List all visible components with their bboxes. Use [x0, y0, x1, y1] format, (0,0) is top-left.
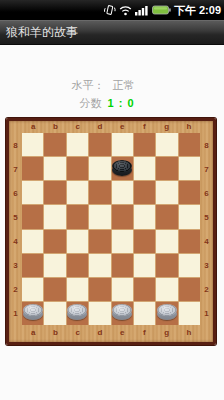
square-h6[interactable]: [179, 181, 200, 204]
square-g2[interactable]: [156, 278, 177, 301]
square-d3[interactable]: [89, 254, 110, 277]
coord-label: e: [111, 121, 133, 133]
piece-top: [112, 160, 132, 172]
square-a7[interactable]: [22, 157, 43, 180]
coord-label: 4: [9, 229, 22, 253]
square-c2[interactable]: [67, 278, 88, 301]
square-c4[interactable]: [67, 230, 88, 253]
score-value: 1 : 0: [107, 97, 134, 109]
coord-label: 5: [9, 205, 22, 229]
square-c5[interactable]: [67, 205, 88, 228]
level-label: 水平：: [72, 79, 105, 91]
square-d5[interactable]: [89, 205, 110, 228]
square-c7[interactable]: [67, 157, 88, 180]
square-h3[interactable]: [179, 254, 200, 277]
square-a2[interactable]: [22, 278, 43, 301]
square-g3[interactable]: [156, 254, 177, 277]
coord-label: h: [178, 121, 200, 133]
status-bar: 下午 2:09: [0, 0, 224, 20]
square-f6[interactable]: [134, 181, 155, 204]
white-sheep-piece-g1[interactable]: [157, 304, 177, 320]
coord-label: h: [178, 325, 200, 342]
square-g8[interactable]: [156, 133, 177, 156]
square-f3[interactable]: [134, 254, 155, 277]
coord-label: d: [89, 325, 111, 342]
rank-labels-right: 87654321: [200, 133, 213, 325]
square-e3[interactable]: [112, 254, 133, 277]
coord-label: 4: [200, 229, 213, 253]
square-g6[interactable]: [156, 181, 177, 204]
square-f2[interactable]: [134, 278, 155, 301]
square-h7[interactable]: [179, 157, 200, 180]
square-f8[interactable]: [134, 133, 155, 156]
square-g4[interactable]: [156, 230, 177, 253]
coord-label: 2: [200, 277, 213, 301]
black-wolf-piece-e7[interactable]: [112, 160, 132, 176]
game-board: abcdefgh abcdefgh 87654321 87654321: [6, 118, 216, 345]
square-b7[interactable]: [44, 157, 65, 180]
square-a5[interactable]: [22, 205, 43, 228]
square-a8[interactable]: [22, 133, 43, 156]
level-value: 正常: [113, 79, 135, 91]
square-h1[interactable]: [179, 302, 200, 325]
square-g7[interactable]: [156, 157, 177, 180]
level-line: 水平：正常: [0, 78, 224, 93]
coord-label: 7: [9, 157, 22, 181]
coord-label: a: [22, 121, 44, 133]
rank-labels-left: 87654321: [9, 133, 22, 325]
square-b5[interactable]: [44, 205, 65, 228]
coord-label: c: [67, 325, 89, 342]
square-e5[interactable]: [112, 205, 133, 228]
square-a6[interactable]: [22, 181, 43, 204]
coord-label: c: [67, 121, 89, 133]
square-c8[interactable]: [67, 133, 88, 156]
square-e6[interactable]: [112, 181, 133, 204]
square-d8[interactable]: [89, 133, 110, 156]
title-bar: 狼和羊的故事: [0, 20, 224, 45]
coord-label: 1: [9, 301, 22, 325]
square-f7[interactable]: [134, 157, 155, 180]
coord-label: 2: [9, 277, 22, 301]
square-b2[interactable]: [44, 278, 65, 301]
file-labels-bottom: abcdefgh: [22, 325, 200, 342]
square-b1[interactable]: [44, 302, 65, 325]
vibrate-icon: [103, 4, 116, 16]
square-d4[interactable]: [89, 230, 110, 253]
coord-label: b: [44, 121, 66, 133]
square-a4[interactable]: [22, 230, 43, 253]
square-c6[interactable]: [67, 181, 88, 204]
square-d6[interactable]: [89, 181, 110, 204]
battery-icon: [152, 5, 171, 15]
square-f4[interactable]: [134, 230, 155, 253]
square-d2[interactable]: [89, 278, 110, 301]
square-h5[interactable]: [179, 205, 200, 228]
signal-icon: [135, 5, 149, 16]
square-b8[interactable]: [44, 133, 65, 156]
coord-label: g: [156, 121, 178, 133]
coord-label: 3: [9, 253, 22, 277]
coord-label: 1: [200, 301, 213, 325]
square-f1[interactable]: [134, 302, 155, 325]
square-e8[interactable]: [112, 133, 133, 156]
coord-label: e: [111, 325, 133, 342]
square-h2[interactable]: [179, 278, 200, 301]
square-b3[interactable]: [44, 254, 65, 277]
coord-label: 3: [200, 253, 213, 277]
status-time: 下午 2:09: [174, 3, 221, 18]
coord-label: 6: [200, 181, 213, 205]
coord-label: 7: [200, 157, 213, 181]
square-b4[interactable]: [44, 230, 65, 253]
coord-label: 8: [9, 133, 22, 157]
score-line: 分数1 : 0: [0, 96, 224, 111]
square-h8[interactable]: [179, 133, 200, 156]
wifi-icon: [119, 5, 132, 16]
white-sheep-piece-c1[interactable]: [67, 304, 87, 320]
square-a3[interactable]: [22, 254, 43, 277]
square-f5[interactable]: [134, 205, 155, 228]
white-sheep-piece-e1[interactable]: [112, 304, 132, 320]
coord-label: 5: [200, 205, 213, 229]
coord-label: f: [133, 325, 155, 342]
square-b6[interactable]: [44, 181, 65, 204]
square-d7[interactable]: [89, 157, 110, 180]
white-sheep-piece-a1[interactable]: [23, 304, 43, 320]
coord-label: g: [156, 325, 178, 342]
file-labels-top: abcdefgh: [22, 121, 200, 133]
square-e4[interactable]: [112, 230, 133, 253]
app-title: 狼和羊的故事: [6, 24, 78, 41]
coord-label: d: [89, 121, 111, 133]
coord-label: a: [22, 325, 44, 342]
square-g5[interactable]: [156, 205, 177, 228]
coord-label: b: [44, 325, 66, 342]
coord-label: 8: [200, 133, 213, 157]
square-c3[interactable]: [67, 254, 88, 277]
board-grid: [22, 133, 200, 325]
square-h4[interactable]: [179, 230, 200, 253]
square-d1[interactable]: [89, 302, 110, 325]
square-e2[interactable]: [112, 278, 133, 301]
score-label: 分数: [79, 97, 101, 109]
coord-label: f: [133, 121, 155, 133]
coord-label: 6: [9, 181, 22, 205]
